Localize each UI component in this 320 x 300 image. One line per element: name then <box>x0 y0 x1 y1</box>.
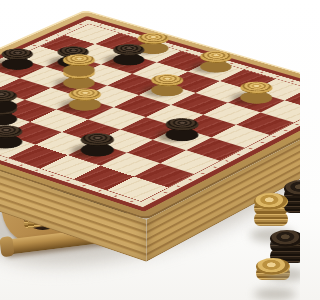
coin-layer <box>254 212 288 226</box>
coin-top <box>254 193 288 210</box>
light-piece-stack-table[interactable] <box>254 193 288 226</box>
dark-piece-stack-table[interactable] <box>284 180 300 213</box>
table-pieces <box>0 0 300 300</box>
coin-top <box>256 258 290 275</box>
coin-top <box>270 230 300 247</box>
